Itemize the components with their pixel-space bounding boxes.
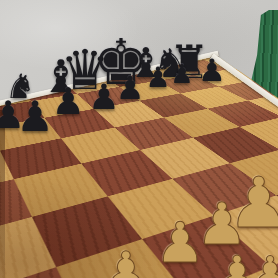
- piece-black-pawn-h8[interactable]: ♟: [198, 55, 226, 86]
- pieces-layer: ♞♝♛♚♝♞♜♟♟♟♟♟♟♟♟♟♟♟♟♟♟: [0, 0, 278, 278]
- piece-white-pawn-e2[interactable]: ♟: [101, 245, 150, 278]
- piece-white-pawn-h1[interactable]: ♟: [249, 250, 278, 278]
- piece-black-pawn-f7[interactable]: ♟: [145, 64, 170, 92]
- piece-white-pawn-h2[interactable]: ♟: [228, 168, 278, 238]
- piece-black-pawn-c7[interactable]: ♟: [51, 83, 84, 120]
- piece-black-pawn-b7[interactable]: ♟: [16, 96, 54, 138]
- piece-black-pawn-g7[interactable]: ♟: [170, 61, 193, 87]
- photo-frame: ♞♝♛♚♝♞♜♟♟♟♟♟♟♟♟♟♟♟♟♟♟: [0, 0, 278, 278]
- piece-black-pawn-e7[interactable]: ♟: [116, 72, 145, 104]
